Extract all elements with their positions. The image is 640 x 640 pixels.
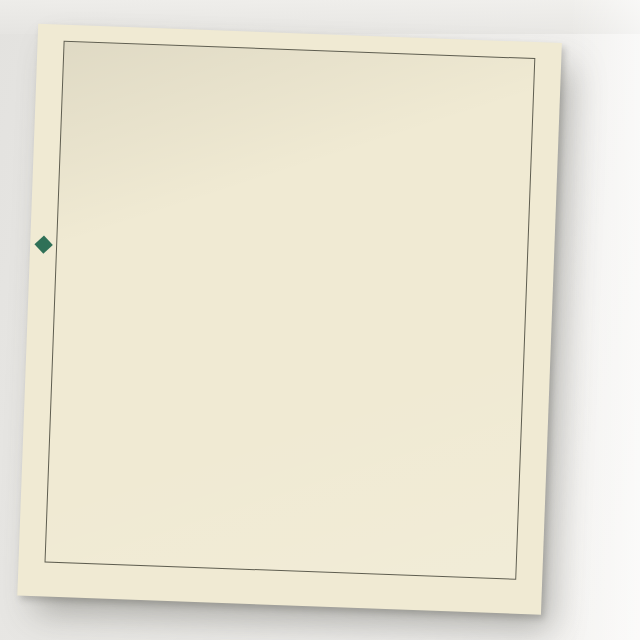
board-squares — [45, 41, 536, 580]
chess-board — [17, 24, 562, 615]
us-chess-knight-icon — [34, 235, 52, 253]
photo-background — [0, 0, 640, 640]
